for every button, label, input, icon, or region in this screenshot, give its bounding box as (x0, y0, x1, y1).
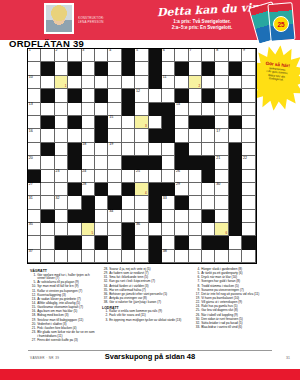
cell-r13c14 (202, 210, 215, 223)
cell-r13c7[interactable]: 34 (108, 210, 121, 223)
cell-r13c15[interactable] (215, 210, 228, 223)
cell-r7c5[interactable] (82, 129, 95, 142)
cell-r15c9[interactable] (135, 236, 148, 249)
cell-r10c7[interactable] (108, 170, 121, 183)
cell-r4c5[interactable] (82, 89, 95, 102)
cell-r1c12[interactable] (175, 49, 188, 62)
cell-r15c17 (242, 236, 255, 249)
cell-r4c15[interactable] (215, 89, 228, 102)
cell-r13c6[interactable] (95, 210, 108, 223)
cell-r14c9[interactable]: 36 (135, 223, 148, 236)
clue-number: 4 (109, 49, 111, 53)
cell-r13c13[interactable] (189, 210, 202, 223)
cell-r10c14 (202, 170, 215, 183)
cell-r1c16[interactable] (229, 49, 242, 62)
cell-r8c8[interactable] (122, 143, 135, 156)
cell-r11c15[interactable]: 30 (215, 183, 228, 196)
cell-r15c15 (215, 236, 228, 249)
cell-r2c2 (41, 62, 54, 75)
clue-number: 34 (109, 210, 113, 214)
cell-r3c13[interactable]: 2 (189, 76, 202, 89)
cell-r4c16 (229, 89, 242, 102)
cell-r9c9 (135, 156, 148, 169)
cell-r14c14[interactable] (202, 223, 215, 236)
cell-r16c10 (149, 250, 162, 263)
cell-r14c16 (229, 223, 242, 236)
cell-r7c14[interactable] (202, 129, 215, 142)
clue-item-text: Gör vi raketer för (järn)väg i kanon (7) (109, 301, 188, 305)
cell-r1c10 (149, 49, 162, 62)
cell-r16c13[interactable] (189, 250, 202, 263)
answer-coupon-note: Svarskupong på sidan 48 (0, 352, 300, 361)
cell-r7c11 (162, 129, 175, 142)
prize-letter-tag: 4 (145, 192, 147, 195)
cell-r12c10 (149, 196, 162, 209)
cell-r3c3[interactable]: 1 (55, 76, 68, 89)
cell-r12c6[interactable] (95, 196, 108, 209)
cell-r15c10 (149, 236, 162, 249)
cell-r16c16[interactable] (229, 250, 242, 263)
clue-item: 38.Gör vi raketer för (järn)väg i kanon … (102, 301, 188, 305)
cell-r10c12[interactable]: 26 (175, 170, 188, 183)
cell-r1c5[interactable]: 3 (82, 49, 95, 62)
cell-r5c12[interactable]: 14 (175, 103, 188, 116)
cell-r7c6 (95, 129, 108, 142)
cell-r9c11[interactable] (162, 156, 175, 169)
cell-r11c16 (229, 183, 242, 196)
cell-r14c3[interactable] (55, 223, 68, 236)
cell-r14c5[interactable]: 5 (82, 223, 95, 236)
cell-r6c1[interactable] (28, 116, 41, 129)
cell-r8c1[interactable] (28, 143, 41, 156)
cell-r15c16[interactable] (229, 236, 242, 249)
cell-r11c4 (68, 183, 81, 196)
prize-lines: 1:a pris: Två Sverigelotter. 2:a–5:e pri… (148, 19, 256, 32)
cell-r16c5[interactable] (82, 250, 95, 263)
clue-number: 27 (29, 183, 33, 187)
clue-number: 21 (216, 157, 220, 161)
cell-r1c1[interactable]: 1 (28, 49, 41, 62)
cell-r15c11[interactable] (162, 236, 175, 249)
clue-number: 7 (189, 49, 191, 53)
clue-number: 30 (216, 183, 220, 187)
cell-r5c2[interactable] (41, 103, 54, 116)
cell-r14c17[interactable] (242, 223, 255, 236)
clue-item-text: Finns det svenskt kaffe på (3) (37, 339, 96, 343)
cell-r1c3[interactable]: 2 (55, 49, 68, 62)
cell-r13c3[interactable] (55, 210, 68, 223)
cell-r7c9[interactable] (135, 129, 148, 142)
cell-r8c10[interactable] (149, 143, 162, 156)
cell-r11c12[interactable]: 29 (175, 183, 188, 196)
cell-r16c12[interactable] (175, 250, 188, 263)
cell-r3c2[interactable] (41, 76, 54, 89)
cell-r8c3[interactable] (55, 143, 68, 156)
cell-r6c15[interactable] (215, 116, 228, 129)
cell-r4c12 (175, 89, 188, 102)
cell-r3c5[interactable] (82, 76, 95, 89)
cell-r7c2[interactable] (41, 129, 54, 142)
cell-r15c13[interactable] (189, 236, 202, 249)
clue-item: 33.Blåa bidrar i vantro till vind (6) (194, 326, 286, 330)
cell-r10c9[interactable]: 25 (135, 170, 148, 183)
cell-r3c4[interactable] (68, 76, 81, 89)
cell-r7c7[interactable] (108, 129, 121, 142)
constructor-credit: KONSTRUKTÖR: LENA PERSSON (78, 16, 104, 24)
cell-r16c15[interactable] (215, 250, 228, 263)
cell-r14c10[interactable] (149, 223, 162, 236)
cell-r5c10 (149, 103, 162, 116)
cell-r12c14[interactable] (202, 196, 215, 209)
cell-r12c4[interactable] (68, 196, 81, 209)
cell-r14c2[interactable] (41, 223, 54, 236)
cell-r1c8 (122, 49, 135, 62)
cell-r14c1[interactable]: 35 (28, 223, 41, 236)
cell-r12c12 (175, 196, 188, 209)
cell-r16c14[interactable] (202, 250, 215, 263)
cell-r7c10 (149, 129, 162, 142)
cell-r7c8[interactable] (122, 129, 135, 142)
clue-number: 13 (29, 103, 33, 107)
cell-r13c11[interactable] (162, 210, 175, 223)
cell-r11c5[interactable]: 28 (82, 183, 95, 196)
cell-r5c16[interactable] (229, 103, 242, 116)
clue-number: 33 (163, 197, 167, 201)
cell-r14c7[interactable] (108, 223, 121, 236)
cell-r8c16 (229, 143, 242, 156)
cell-r5c3[interactable] (55, 103, 68, 116)
cell-r13c5 (82, 210, 95, 223)
cell-r3c6[interactable] (95, 76, 108, 89)
clue-number: 37 (29, 250, 33, 254)
cell-r6c8[interactable] (122, 116, 135, 129)
cell-r10c1 (28, 170, 41, 183)
cell-r8c9[interactable] (135, 143, 148, 156)
cell-r9c1[interactable]: 20 (28, 156, 41, 169)
cell-r11c17[interactable] (242, 183, 255, 196)
cell-r15c5[interactable] (82, 236, 95, 249)
cell-r10c3[interactable]: 23 (55, 170, 68, 183)
cell-r14c6[interactable] (95, 223, 108, 236)
cell-r3c7[interactable] (108, 76, 121, 89)
clue-number: 36 (136, 223, 140, 227)
cell-r4c8 (122, 89, 135, 102)
cell-r11c3[interactable] (55, 183, 68, 196)
cell-r10c10[interactable] (149, 170, 162, 183)
cell-r10c4[interactable] (68, 170, 81, 183)
constructor-photo (46, 5, 72, 32)
cell-r15c4 (68, 236, 81, 249)
clue-number: 14 (176, 103, 180, 107)
cell-r7c13[interactable] (189, 129, 202, 142)
cell-r15c2[interactable] (41, 236, 54, 249)
cell-r8c11[interactable] (162, 143, 175, 156)
cell-r16c4[interactable] (68, 250, 81, 263)
cell-r10c15[interactable] (215, 170, 228, 183)
cell-r14c13[interactable] (189, 223, 202, 236)
cell-r11c2[interactable] (41, 183, 54, 196)
cell-r16c2[interactable] (41, 250, 54, 263)
clue-item-number: 38. (102, 301, 109, 305)
cell-r11c6 (95, 183, 108, 196)
cell-r6c11 (162, 116, 175, 129)
cell-r15c1[interactable] (28, 236, 41, 249)
cell-r5c17[interactable] (242, 103, 255, 116)
cell-r12c7 (108, 196, 121, 209)
cell-r12c15[interactable] (215, 196, 228, 209)
clue-number: 24 (82, 170, 86, 174)
cell-r2c5[interactable] (82, 62, 95, 75)
cell-r3c17[interactable] (242, 76, 255, 89)
cell-r5c8 (122, 103, 135, 116)
cell-r1c11[interactable]: 6 (162, 49, 175, 62)
cell-r2c11[interactable] (162, 62, 175, 75)
cell-r11c13[interactable] (189, 183, 202, 196)
cell-r5c15[interactable] (215, 103, 228, 116)
cell-r13c8[interactable] (122, 210, 135, 223)
cell-r4c13[interactable] (189, 89, 202, 102)
cell-r16c6[interactable] (95, 250, 108, 263)
prize-letter-tag: 1 (65, 85, 67, 88)
cell-r6c17[interactable] (242, 116, 255, 129)
clues-column-2: 28.Svarar 4 ja, nej och vete ej (5)29.Av… (102, 268, 188, 323)
cell-r10c13[interactable] (189, 170, 202, 183)
clue-number: 17 (216, 130, 220, 134)
cell-r2c14 (202, 62, 215, 75)
cell-r9c3[interactable] (55, 156, 68, 169)
cell-r9c6[interactable] (95, 156, 108, 169)
cell-r16c7[interactable] (108, 250, 121, 263)
prize-letter-tag: 3 (145, 125, 147, 128)
cell-r6c12[interactable] (175, 116, 188, 129)
cell-r8c15[interactable] (215, 143, 228, 156)
cell-r9c15[interactable]: 21 (215, 156, 228, 169)
cell-r8c6[interactable] (95, 143, 108, 156)
cell-r16c8[interactable] (122, 250, 135, 263)
cell-r13c17[interactable] (242, 210, 255, 223)
cell-r2c9[interactable] (135, 62, 148, 75)
cell-r14c4[interactable] (68, 223, 81, 236)
cell-r12c13[interactable] (189, 196, 202, 209)
cell-r1c17[interactable]: 9 (242, 49, 255, 62)
cell-r3c10 (149, 76, 162, 89)
cell-r16c17[interactable] (242, 250, 255, 263)
cell-r13c10 (149, 210, 162, 223)
cell-r13c2 (41, 210, 54, 223)
cell-r2c13[interactable] (189, 62, 202, 75)
cell-r1c4[interactable] (68, 49, 81, 62)
cell-r7c15[interactable]: 17 (215, 129, 228, 142)
cell-r6c13 (189, 116, 202, 129)
cell-r14c8 (122, 223, 135, 236)
cell-r3c8[interactable] (122, 76, 135, 89)
cell-r7c1[interactable]: 16 (28, 129, 41, 142)
cell-r11c10 (149, 183, 162, 196)
cell-r11c1[interactable]: 27 (28, 183, 41, 196)
cell-r10c6[interactable] (95, 170, 108, 183)
clue-number: 19 (109, 143, 113, 147)
cell-r2c15[interactable] (215, 62, 228, 75)
cell-r10c11[interactable] (162, 170, 175, 183)
cell-r10c2[interactable] (41, 170, 54, 183)
cell-r12c3[interactable]: 32 (55, 196, 68, 209)
cell-r1c15[interactable]: 8 (215, 49, 228, 62)
cell-r2c8 (122, 62, 135, 75)
cell-r3c15[interactable] (215, 76, 228, 89)
cell-r8c14[interactable] (202, 143, 215, 156)
cell-r12c8[interactable] (122, 196, 135, 209)
cell-r1c14[interactable] (202, 49, 215, 62)
cell-r5c9[interactable] (135, 103, 148, 116)
cell-r9c5[interactable] (82, 156, 95, 169)
cell-r14c12[interactable] (175, 223, 188, 236)
cell-r15c3 (55, 236, 68, 249)
cell-r10c8[interactable] (122, 170, 135, 183)
cell-r16c11[interactable]: 38 (162, 250, 175, 263)
cell-r3c11[interactable]: 11 (162, 76, 175, 89)
cell-r6c7[interactable]: 15 (108, 116, 121, 129)
cell-r6c3[interactable] (55, 116, 68, 129)
clue-number: 8 (216, 49, 218, 53)
cell-r6c2 (41, 116, 54, 129)
cell-r16c1[interactable]: 37 (28, 250, 41, 263)
cell-r14c11[interactable] (162, 223, 175, 236)
cell-r15c7[interactable] (108, 236, 121, 249)
cell-r2c17[interactable] (242, 62, 255, 75)
cell-r5c13[interactable] (189, 103, 202, 116)
cell-r4c11[interactable] (162, 89, 175, 102)
cell-r7c4[interactable] (68, 129, 81, 142)
cell-r2c6 (95, 62, 108, 75)
cell-r3c14[interactable] (202, 76, 215, 89)
cell-r15c14 (202, 236, 215, 249)
clue-number: 31 (29, 197, 33, 201)
cell-r8c7[interactable]: 19 (108, 143, 121, 156)
clue-number: 15 (109, 116, 113, 120)
cell-r6c14 (202, 116, 215, 129)
clues-column-1: VÅGRÄTT1.Gör spelare med tur i, håller t… (30, 268, 96, 343)
cell-r3c9[interactable] (135, 76, 148, 89)
cell-r9c10 (149, 156, 162, 169)
footer-divider (28, 350, 272, 351)
clue-number: 1 (29, 49, 31, 53)
cell-r16c3[interactable] (55, 250, 68, 263)
cell-r11c9[interactable]: 4 (135, 183, 148, 196)
clue-item-number: 33. (194, 326, 201, 330)
cell-r13c12[interactable] (175, 210, 188, 223)
clue-number: 22 (243, 157, 247, 161)
cell-r12c17[interactable] (242, 196, 255, 209)
cell-r11c7[interactable] (108, 183, 121, 196)
cell-r5c1[interactable]: 13 (28, 103, 41, 116)
cell-r8c4 (68, 143, 81, 156)
cell-r3c16[interactable] (229, 76, 242, 89)
cell-r5c7[interactable] (108, 103, 121, 116)
cell-r4c17[interactable] (242, 89, 255, 102)
cell-r4c9[interactable]: 12 (135, 89, 148, 102)
cell-r11c8 (122, 183, 135, 196)
cell-r4c10[interactable] (149, 89, 162, 102)
cell-r5c11 (162, 103, 175, 116)
cell-r8c5[interactable]: 18 (82, 143, 95, 156)
clue-number: 23 (56, 170, 60, 174)
cell-r12c9[interactable] (135, 196, 148, 209)
cell-r7c17[interactable] (242, 129, 255, 142)
cell-r4c4 (68, 89, 81, 102)
cell-r6c5[interactable] (82, 116, 95, 129)
cell-r9c2[interactable] (41, 156, 54, 169)
cell-r9c4 (68, 156, 81, 169)
cell-r14c15[interactable]: 6 (215, 223, 228, 236)
clue-item-text: En öppning man möjligen tycker av älskat… (109, 319, 188, 323)
cell-r8c17[interactable] (242, 143, 255, 156)
cell-r8c13[interactable] (189, 143, 202, 156)
cell-r10c5[interactable]: 24 (82, 170, 95, 183)
cell-r1c6[interactable] (95, 49, 108, 62)
cell-r7c16[interactable] (229, 129, 242, 142)
clues-column-3: 4.Hänger slask i garderoben (8)5.Är tänk… (194, 268, 286, 330)
cell-r15c6 (95, 236, 108, 249)
cell-r12c11[interactable]: 33 (162, 196, 175, 209)
cell-r11c14[interactable] (202, 183, 215, 196)
bottom-red-bar (0, 369, 300, 380)
lottery-tickets-graphic: 25 (252, 1, 298, 47)
cell-r5c4[interactable] (68, 103, 81, 116)
cell-r9c7[interactable] (108, 156, 121, 169)
cell-r4c7[interactable] (108, 89, 121, 102)
cell-r1c9[interactable]: 5 (135, 49, 148, 62)
cell-r4c3[interactable] (55, 89, 68, 102)
cell-r2c1[interactable] (28, 62, 41, 75)
cell-r2c3[interactable] (55, 62, 68, 75)
cell-r7c3[interactable] (55, 129, 68, 142)
cell-r13c9[interactable] (135, 210, 148, 223)
cell-r1c2[interactable] (41, 49, 54, 62)
crossword-grid[interactable]: 1234567891011121213141531617181920212223… (27, 48, 257, 264)
cell-r16c9[interactable] (135, 250, 148, 263)
cell-r12c1[interactable]: 31 (28, 196, 41, 209)
clue-number: 10 (29, 76, 33, 80)
cell-r6c9[interactable]: 3 (135, 116, 148, 129)
clue-item: 27.Finns det svenskt kaffe på (3) (30, 339, 96, 343)
clue-number: 25 (136, 170, 140, 174)
cell-r2c10 (149, 62, 162, 75)
clue-number: 3 (82, 49, 84, 53)
clue-number: 20 (29, 157, 33, 161)
cell-r12c2[interactable] (41, 196, 54, 209)
cell-r13c1[interactable] (28, 210, 41, 223)
cell-r10c16 (229, 170, 242, 183)
cell-r7c12[interactable] (175, 129, 188, 142)
cell-r5c6[interactable] (95, 103, 108, 116)
cell-r1c7[interactable]: 4 (108, 49, 121, 62)
cell-r8c2 (41, 143, 54, 156)
cell-r2c7[interactable] (108, 62, 121, 75)
cell-r4c1[interactable] (28, 89, 41, 102)
cell-r9c17[interactable]: 22 (242, 156, 255, 169)
cell-r10c17[interactable] (242, 170, 255, 183)
clue-number: 38 (163, 250, 167, 254)
cell-r1c13[interactable]: 7 (189, 49, 202, 62)
cell-r3c12[interactable] (175, 76, 188, 89)
cell-r6c10[interactable] (149, 116, 162, 129)
cell-r12c5 (82, 196, 95, 209)
cell-r5c14[interactable] (202, 103, 215, 116)
clue-number: 11 (163, 76, 167, 80)
cell-r3c1[interactable]: 10 (28, 76, 41, 89)
cell-r5c5[interactable] (82, 103, 95, 116)
clue-number: 35 (29, 223, 33, 227)
